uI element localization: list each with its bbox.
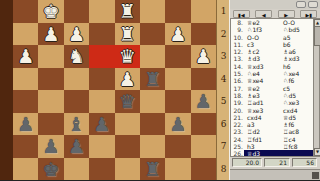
move-number: 21.	[231, 114, 244, 121]
move-number: 20.	[231, 107, 244, 114]
square-g1[interactable]: ♚	[38, 0, 63, 23]
square-d5[interactable]: ♛	[115, 90, 140, 113]
move-number: 11.	[231, 41, 244, 48]
white-move[interactable]: c3	[244, 41, 280, 48]
white-king: ♚	[43, 0, 60, 22]
white-rook: ♜	[119, 0, 136, 22]
white-pawn: ♟	[17, 45, 34, 67]
square-c7[interactable]	[140, 135, 165, 158]
square-c6[interactable]	[140, 113, 165, 136]
move-number: 18.	[231, 92, 244, 99]
move-list-panel: ▮◀◀▶▶▮ 8.♕e2O-O9.♘1f3♘bd510.O-Oa511.c3b6…	[229, 0, 320, 180]
move-number: 19.	[231, 99, 244, 106]
white-pawn: ♟	[195, 45, 212, 67]
white-move[interactable]: ♗c2	[244, 48, 280, 55]
move-row-26: 26.♕d3	[231, 150, 314, 157]
rank-label-strip: 12345678	[216, 0, 229, 180]
white-move[interactable]: h3	[244, 143, 280, 150]
square-f5[interactable]	[64, 90, 89, 113]
last-move-button[interactable]: ▶▮	[300, 10, 317, 18]
black-move[interactable]: a5	[280, 34, 313, 41]
black-rook: ♜	[144, 158, 161, 180]
black-move[interactable]: ♘d5	[280, 92, 313, 99]
move-row-12: 12.♗c2♗a6	[231, 48, 314, 55]
move-row-8: 8.♕e2O-O	[231, 19, 314, 26]
move-number: 25.	[231, 143, 244, 150]
square-b6[interactable]: ♟	[165, 113, 190, 136]
square-g3[interactable]	[38, 45, 63, 68]
status-row: 20.0 21 56	[230, 157, 320, 169]
square-c1[interactable]	[140, 0, 165, 23]
move-row-13: 13.♗d3♗xd3	[231, 55, 314, 62]
move-number: 26.	[231, 150, 244, 157]
square-d1[interactable]: ♜	[115, 0, 140, 23]
square-e7[interactable]	[89, 135, 114, 158]
black-queen: ♛	[119, 90, 136, 112]
black-move[interactable]: h6	[280, 63, 313, 70]
white-move[interactable]: a3	[244, 121, 280, 128]
square-d7[interactable]	[115, 135, 140, 158]
black-move[interactable]: ♘bd5	[280, 26, 313, 33]
black-pawn: ♟	[93, 113, 110, 135]
black-move[interactable]: ♖fc8	[280, 143, 313, 150]
square-c4[interactable]: ♜	[140, 68, 165, 91]
black-move[interactable]: O-O	[280, 19, 313, 26]
square-e5[interactable]	[89, 90, 114, 113]
next-move-button[interactable]: ▶	[278, 10, 295, 18]
square-c8[interactable]: ♜	[140, 158, 165, 181]
scrollbar-thumb[interactable]	[314, 26, 320, 46]
chess-app-window: ♚♜♟♟♜♟♟♞♛♟♟♜♛♟♟♝♟♟♟♟♚♜ 12345678 ▮◀◀▶▶▮ 8…	[0, 0, 320, 180]
black-move[interactable]: cxd4	[280, 107, 313, 114]
square-f8[interactable]	[64, 158, 89, 181]
white-move[interactable]: ♘e4	[244, 70, 280, 77]
black-move[interactable]: ♗f6	[280, 121, 313, 128]
square-d4[interactable]: ♟	[115, 68, 140, 91]
square-g5[interactable]	[38, 90, 63, 113]
black-move[interactable]: ♕d5	[280, 114, 313, 121]
move-number: 22.	[231, 121, 244, 128]
square-c2[interactable]	[140, 23, 165, 46]
move-row-14: 14.♕xd3h6	[231, 63, 314, 70]
panel-titlebar	[230, 0, 320, 9]
white-move[interactable]: ♕e2	[244, 19, 280, 26]
square-b1[interactable]	[165, 0, 190, 23]
square-e6[interactable]: ♟	[89, 113, 114, 136]
move-number: 8.	[231, 19, 244, 26]
square-g2[interactable]: ♟	[38, 23, 63, 46]
move-row-15: 15.♘e4♘xe4	[231, 70, 314, 77]
square-f6[interactable]: ♝	[64, 113, 89, 136]
white-move[interactable]: ♖ad1	[244, 99, 280, 106]
square-e4[interactable]	[89, 68, 114, 91]
white-pawn: ♟	[68, 23, 85, 45]
square-f3[interactable]: ♞	[64, 45, 89, 68]
square-g4[interactable]	[38, 68, 63, 91]
black-king: ♚	[43, 158, 60, 180]
black-move[interactable]: b6	[280, 41, 313, 48]
white-pawn: ♟	[119, 68, 136, 90]
scroll-down-icon[interactable]: ▼	[314, 148, 320, 156]
move-row-18: 18.♗e3♘d5	[231, 92, 314, 99]
black-pawn: ♟	[169, 113, 186, 135]
white-move[interactable]: ♕xe4	[244, 77, 280, 84]
white-move[interactable]: ♗e3	[244, 92, 280, 99]
square-d2[interactable]: ♜	[115, 23, 140, 46]
white-rook: ♜	[119, 23, 136, 45]
move-row-21: 21.cxd4♕d5	[231, 114, 314, 121]
square-h4[interactable]	[13, 68, 38, 91]
square-a1[interactable]	[191, 0, 216, 23]
move-row-22: 22.a3♗f6	[231, 121, 314, 128]
square-d6[interactable]	[115, 113, 140, 136]
square-a7[interactable]	[191, 135, 216, 158]
black-bishop: ♝	[68, 113, 85, 135]
black-move[interactable]: ♘xe3	[280, 99, 313, 106]
square-e1[interactable]	[89, 0, 114, 23]
square-g7[interactable]: ♟	[38, 135, 63, 158]
white-queen: ♛	[119, 45, 136, 67]
square-f2[interactable]: ♟	[64, 23, 89, 46]
square-d8[interactable]	[115, 158, 140, 181]
move-number: 15.	[231, 70, 244, 77]
square-h6[interactable]: ♟	[13, 113, 38, 136]
square-e2[interactable]	[89, 23, 114, 46]
square-a3[interactable]: ♟	[191, 45, 216, 68]
panel-bottom-bar	[230, 169, 320, 180]
square-a5[interactable]: ♟	[191, 90, 216, 113]
white-pawn: ♟	[169, 23, 186, 45]
white-pawn: ♟	[43, 23, 60, 45]
move-row-16: 16.♕xe4♘f6	[231, 77, 314, 84]
move-row-24: 24.♖fd1♖c4	[231, 136, 314, 143]
white-move[interactable]: ♕d3	[244, 150, 313, 157]
square-h8[interactable]	[13, 158, 38, 181]
square-c5[interactable]	[140, 90, 165, 113]
square-d3[interactable]: ♛	[115, 45, 140, 68]
square-f4[interactable]	[64, 68, 89, 91]
square-a2[interactable]	[191, 23, 216, 46]
black-move[interactable]: ♗a6	[280, 48, 313, 55]
square-b8[interactable]	[165, 158, 190, 181]
black-pawn: ♟	[68, 135, 85, 157]
square-f7[interactable]: ♟	[64, 135, 89, 158]
chess-board: ♚♜♟♟♜♟♟♞♛♟♟♜♛♟♟♝♟♟♟♟♚♜	[13, 0, 216, 180]
white-knight: ♞	[68, 45, 85, 67]
white-move[interactable]: ♕e2	[244, 85, 280, 92]
move-row-10: 10.O-Oa5	[231, 34, 314, 41]
move-number: 24.	[231, 136, 244, 143]
white-move[interactable]: ♕xe3	[244, 107, 280, 114]
white-move[interactable]: ♘1f3	[244, 26, 280, 33]
white-move[interactable]: ♖fd1	[244, 136, 280, 143]
black-move[interactable]: ♘f6	[280, 77, 313, 84]
white-move[interactable]: ♕xd3	[244, 63, 280, 70]
square-b5[interactable]	[165, 90, 190, 113]
black-pawn: ♟	[43, 135, 60, 157]
square-h3[interactable]: ♟	[13, 45, 38, 68]
first-move-button[interactable]: ▮◀	[233, 10, 250, 18]
resize-grip[interactable]	[312, 172, 319, 179]
move-row-19: 19.♖ad1♘xe3	[231, 99, 314, 106]
status-field-1: 20.0	[232, 158, 262, 167]
move-number: 12.	[231, 48, 244, 55]
status-field-3: 56	[292, 158, 317, 167]
minimize-button[interactable]	[296, 1, 306, 8]
move-row-25: 25.h3♖fc8	[231, 143, 314, 150]
move-number: 9.	[231, 26, 244, 33]
square-b7[interactable]	[165, 135, 190, 158]
black-rook: ♜	[144, 68, 161, 90]
move-number: 13.	[231, 55, 244, 62]
square-h5[interactable]	[13, 90, 38, 113]
black-move[interactable]: ♘xe4	[280, 70, 313, 77]
square-g8[interactable]: ♚	[38, 158, 63, 181]
square-h2[interactable]	[13, 23, 38, 46]
white-move[interactable]: ♗d3	[244, 55, 280, 62]
move-number: 23.	[231, 128, 244, 135]
board-left-frame	[0, 0, 13, 180]
move-row-11: 11.c3b6	[231, 41, 314, 48]
black-pawn: ♟	[17, 113, 34, 135]
square-b3[interactable]	[165, 45, 190, 68]
square-c3[interactable]	[140, 45, 165, 68]
square-b2[interactable]: ♟	[165, 23, 190, 46]
square-e3[interactable]	[89, 45, 114, 68]
square-b4[interactable]	[165, 68, 190, 91]
white-move[interactable]: ♖d2	[244, 128, 280, 135]
square-e8[interactable]	[89, 158, 114, 181]
move-number: 10.	[231, 34, 244, 41]
move-list-scrollbar[interactable]: ▲ ▼	[313, 18, 320, 157]
black-move[interactable]: ♗xd3	[280, 55, 313, 62]
black-pawn: ♟	[195, 90, 212, 112]
square-f1[interactable]	[64, 0, 89, 23]
move-row-23: 23.♖d2♖ac8	[231, 128, 314, 135]
move-number: 14.	[231, 63, 244, 70]
square-g6[interactable]	[38, 113, 63, 136]
move-row-20: 20.♕xe3cxd4	[231, 107, 314, 114]
square-a4[interactable]	[191, 68, 216, 91]
black-move[interactable]: ♖c4	[280, 136, 313, 143]
black-move[interactable]: ♖ac8	[280, 128, 313, 135]
square-h7[interactable]	[13, 135, 38, 158]
move-number: 17.	[231, 85, 244, 92]
square-a6[interactable]	[191, 113, 216, 136]
prev-move-button[interactable]: ◀	[255, 10, 272, 18]
move-row-17: 17.♕e2c5	[231, 85, 314, 92]
move-row-9: 9.♘1f3♘bd5	[231, 26, 314, 33]
close-button[interactable]	[308, 1, 318, 8]
square-a8[interactable]	[191, 158, 216, 181]
move-list[interactable]: 8.♕e2O-O9.♘1f3♘bd510.O-Oa511.c3b612.♗c2♗…	[230, 18, 314, 157]
move-number: 16.	[231, 77, 244, 84]
white-move[interactable]: O-O	[244, 34, 280, 41]
navigation-toolbar: ▮◀◀▶▶▮	[230, 9, 320, 18]
status-field-2: 21	[264, 158, 290, 167]
black-move[interactable]: c5	[280, 85, 313, 92]
white-move[interactable]: cxd4	[244, 114, 280, 121]
square-h1[interactable]	[13, 0, 38, 23]
